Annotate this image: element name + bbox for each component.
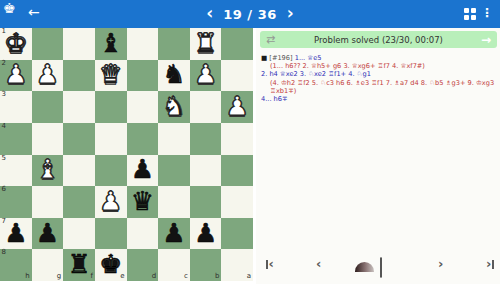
square-h6[interactable]: 6 — [0, 186, 32, 218]
square-d3[interactable] — [127, 91, 159, 123]
square-h4[interactable]: 4 — [0, 123, 32, 155]
square-d2[interactable] — [127, 60, 159, 92]
file-label: d — [152, 273, 156, 281]
square-e8[interactable]: e♚ — [95, 249, 127, 281]
square-e2[interactable]: ♛ — [95, 60, 127, 92]
square-g7[interactable]: ♟ — [32, 218, 64, 250]
notation-segment: 2. h4 ♕xe2 3. ♘xe2 ♖f1+ 4. ♘g1 — [261, 70, 371, 78]
square-d4[interactable] — [127, 123, 159, 155]
square-f3[interactable] — [63, 91, 95, 123]
piece-wP[interactable]: ♟ — [226, 93, 249, 119]
square-a4[interactable] — [221, 123, 253, 155]
rank-label: 5 — [2, 155, 6, 163]
square-g4[interactable] — [32, 123, 64, 155]
notation-segment: 4... h6∓ — [261, 95, 287, 103]
notation-segment: (4. ♔h2 ♖f2 5. ♘c3 h6 6. ♗e3 ♖f1 7. ♗a7 … — [270, 79, 494, 87]
analysis-panel: ⇄ Problem solved (23/30, 00:07) → ■ [#19… — [256, 28, 500, 284]
square-b3[interactable] — [190, 91, 222, 123]
square-a2[interactable] — [221, 60, 253, 92]
square-h7[interactable]: 7♟ — [0, 218, 32, 250]
file-label: f — [90, 273, 92, 281]
square-a8[interactable]: a — [221, 249, 253, 281]
square-f8[interactable]: f♜ — [63, 249, 95, 281]
engine-dome-icon[interactable] — [355, 262, 374, 272]
square-b1[interactable]: ♜ — [190, 28, 222, 60]
top-app-bar: ♚ ← ‹ 19 / 36 › ⋮ — [0, 0, 500, 28]
square-h5[interactable]: 5 — [0, 155, 32, 187]
notation-line[interactable]: ♖xb1∓) — [261, 87, 496, 95]
square-d7[interactable] — [127, 218, 159, 250]
piece-bN[interactable]: ♞ — [162, 61, 185, 87]
square-c8[interactable]: c — [158, 249, 190, 281]
square-a7[interactable] — [221, 218, 253, 250]
square-c3[interactable]: ♞ — [158, 91, 190, 123]
overflow-menu-icon[interactable]: ⋮ — [481, 6, 493, 20]
square-g6[interactable] — [32, 186, 64, 218]
status-banner-text: Problem solved (23/30, 00:07) — [314, 35, 443, 45]
skip-to-start-button[interactable]: ‹ — [266, 259, 274, 270]
square-a6[interactable] — [221, 186, 253, 218]
square-g8[interactable]: g — [32, 249, 64, 281]
piece-wP[interactable]: ♟ — [4, 61, 27, 87]
piece-wK[interactable]: ♚ — [4, 30, 27, 56]
square-h8[interactable]: 8h — [0, 249, 32, 281]
square-a3[interactable]: ♟ — [221, 91, 253, 123]
square-e7[interactable] — [95, 218, 127, 250]
square-e3[interactable] — [95, 91, 127, 123]
square-f7[interactable] — [63, 218, 95, 250]
square-f5[interactable] — [63, 155, 95, 187]
piece-bK[interactable]: ♚ — [99, 251, 122, 277]
file-label: h — [25, 273, 29, 281]
notation-segment: 1... ♕e5 — [295, 54, 322, 62]
piece-wB[interactable]: ♝ — [36, 156, 59, 182]
notation[interactable]: ■ [#196] 1... ♕e5(1... h6?? 2. ♕h5+ g6 3… — [256, 48, 500, 103]
square-d1[interactable] — [127, 28, 159, 60]
notation-line[interactable]: 2. h4 ♕xe2 3. ♘xe2 ♖f1+ 4. ♘g1 — [261, 70, 496, 78]
piece-wP[interactable]: ♟ — [99, 188, 122, 214]
piece-bQ[interactable]: ♛ — [131, 188, 154, 214]
square-b8[interactable]: b — [190, 249, 222, 281]
status-banner[interactable]: ⇄ Problem solved (23/30, 00:07) → — [260, 31, 497, 48]
piece-bB[interactable]: ♝ — [99, 30, 122, 56]
square-c5[interactable] — [158, 155, 190, 187]
rank-label: 3 — [2, 91, 6, 99]
square-h3[interactable]: 3 — [0, 91, 32, 123]
square-b4[interactable] — [190, 123, 222, 155]
piece-wP[interactable]: ♟ — [194, 61, 217, 87]
banner-next-icon[interactable]: → — [481, 34, 491, 46]
square-b2[interactable]: ♟ — [190, 60, 222, 92]
square-g3[interactable] — [32, 91, 64, 123]
square-b5[interactable] — [190, 155, 222, 187]
chess-board[interactable]: 1♚♝♜2♟♟♛♞♟3♞♟45♝♟6♟♛7♟♟♟♟8hgf♜e♚dcba — [0, 28, 253, 281]
rank-label: 4 — [2, 123, 6, 131]
square-a1[interactable] — [221, 28, 253, 60]
square-h2[interactable]: 2♟ — [0, 60, 32, 92]
square-a5[interactable] — [221, 155, 253, 187]
notation-segment: (1... h6?? 2. ♕h5+ g6 3. ♕xg6+ ♖f7 4. ♕x… — [270, 62, 425, 70]
square-e4[interactable] — [95, 123, 127, 155]
problem-counter-text: 19 / 36 — [223, 7, 276, 22]
square-g2[interactable]: ♟ — [32, 60, 64, 92]
notation-segment: [#196] — [269, 54, 294, 62]
next-problem-icon[interactable]: › — [287, 5, 294, 22]
square-d8[interactable]: d — [127, 249, 159, 281]
square-e1[interactable]: ♝ — [95, 28, 127, 60]
piece-bP[interactable]: ♟ — [194, 220, 217, 246]
swap-sides-icon[interactable]: ⇄ — [266, 34, 275, 45]
square-g1[interactable] — [32, 28, 64, 60]
square-e6[interactable]: ♟ — [95, 186, 127, 218]
square-d6[interactable]: ♛ — [127, 186, 159, 218]
piece-bP[interactable]: ♟ — [36, 220, 59, 246]
notation-segment: ♖xb1∓) — [270, 87, 296, 95]
skip-to-end-button[interactable]: › — [486, 259, 494, 270]
square-c6[interactable] — [158, 186, 190, 218]
square-f2[interactable] — [63, 60, 95, 92]
square-c7[interactable]: ♟ — [158, 218, 190, 250]
square-g5[interactable]: ♝ — [32, 155, 64, 187]
square-f6[interactable] — [63, 186, 95, 218]
prev-problem-icon[interactable]: ‹ — [206, 5, 213, 22]
file-label: c — [184, 273, 188, 281]
file-label: b — [215, 273, 219, 281]
rank-label: 6 — [2, 186, 6, 194]
notation-line[interactable]: 4... h6∓ — [261, 95, 496, 103]
piece-bP[interactable]: ♟ — [4, 220, 27, 246]
rank-label: 8 — [2, 249, 6, 257]
piece-wQ[interactable]: ♛ — [99, 61, 122, 87]
square-f4[interactable] — [63, 123, 95, 155]
square-c1[interactable] — [158, 28, 190, 60]
playback-controls: ‹ ‹ › › — [256, 250, 500, 284]
piece-bP[interactable]: ♟ — [162, 220, 185, 246]
square-c2[interactable]: ♞ — [158, 60, 190, 92]
square-c4[interactable] — [158, 123, 190, 155]
square-b7[interactable]: ♟ — [190, 218, 222, 250]
previous-move-button[interactable]: ‹ — [316, 259, 321, 270]
piece-bR[interactable]: ♜ — [67, 251, 90, 277]
square-d5[interactable]: ♟ — [127, 155, 159, 187]
file-label: g — [57, 273, 61, 281]
notation-line[interactable]: (4. ♔h2 ♖f2 5. ♘c3 h6 6. ♗e3 ♖f1 7. ♗a7 … — [261, 79, 496, 87]
notation-line[interactable]: ■ [#196] 1... ♕e5 — [261, 54, 496, 62]
computer-analysis-icon[interactable] — [380, 258, 397, 277]
piece-wN[interactable]: ♞ — [162, 93, 185, 119]
problem-counter: ‹ 19 / 36 › — [0, 0, 500, 28]
grid-view-icon[interactable] — [464, 8, 476, 20]
square-h1[interactable]: 1♚ — [0, 28, 32, 60]
square-f1[interactable] — [63, 28, 95, 60]
piece-wP[interactable]: ♟ — [36, 61, 59, 87]
piece-wR[interactable]: ♜ — [194, 30, 217, 56]
file-label: a — [247, 273, 251, 281]
piece-bP[interactable]: ♟ — [131, 156, 154, 182]
square-b6[interactable] — [190, 186, 222, 218]
square-e5[interactable] — [95, 155, 127, 187]
next-move-button[interactable]: › — [438, 259, 443, 270]
notation-line[interactable]: (1... h6?? 2. ♕h5+ g6 3. ♕xg6+ ♖f7 4. ♕x… — [261, 62, 496, 70]
